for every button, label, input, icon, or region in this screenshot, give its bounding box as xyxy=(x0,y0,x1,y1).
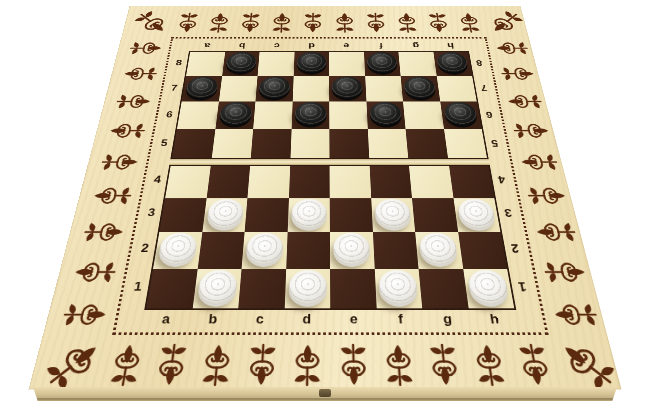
front-edge-shadow-line xyxy=(33,398,617,400)
black-checker-b8[interactable] xyxy=(225,52,257,72)
square-a3[interactable] xyxy=(159,198,206,232)
ornament-corner-top-right xyxy=(483,9,530,35)
floral-scroll-ornament-icon xyxy=(245,343,279,387)
white-checker-a2[interactable] xyxy=(157,233,198,264)
square-h8[interactable] xyxy=(433,52,472,76)
white-checker-f3[interactable] xyxy=(374,199,411,227)
floral-scroll-ornament-icon xyxy=(364,12,387,33)
square-f5[interactable] xyxy=(367,129,408,158)
square-h1[interactable] xyxy=(463,269,514,309)
square-a5[interactable] xyxy=(172,129,215,158)
file-label-a: a xyxy=(141,310,191,329)
playing-field xyxy=(144,51,516,310)
black-checker-d6[interactable] xyxy=(294,102,326,125)
square-g1[interactable] xyxy=(419,269,469,309)
black-checker-c7[interactable] xyxy=(259,76,291,97)
floral-scroll-ornament-icon xyxy=(483,9,530,35)
square-b8[interactable] xyxy=(222,52,260,76)
square-e3[interactable] xyxy=(330,198,373,232)
square-e7[interactable] xyxy=(329,76,366,102)
square-a2[interactable] xyxy=(153,232,202,269)
white-checker-d3[interactable] xyxy=(291,199,327,227)
black-checker-e7[interactable] xyxy=(332,76,363,97)
square-h2[interactable] xyxy=(458,232,507,269)
floral-scroll-ornament-icon xyxy=(333,12,355,33)
square-g7[interactable] xyxy=(401,76,440,102)
square-a8[interactable] xyxy=(186,52,225,76)
floral-scroll-ornament-icon xyxy=(302,12,324,33)
rank-label-6: 6 xyxy=(478,101,500,129)
floral-scroll-ornament-icon xyxy=(128,41,164,56)
black-checker-f8[interactable] xyxy=(366,52,397,72)
floral-scroll-ornament-icon xyxy=(81,221,127,244)
square-b4[interactable] xyxy=(206,166,250,198)
black-checker-g7[interactable] xyxy=(403,76,436,97)
rank-label-8: 8 xyxy=(469,51,490,75)
white-checker-c2[interactable] xyxy=(245,233,283,264)
file-label-e: e xyxy=(330,310,377,329)
square-d8[interactable] xyxy=(293,52,329,76)
square-g2[interactable] xyxy=(415,232,463,269)
white-checker-e2[interactable] xyxy=(333,233,370,264)
square-b6[interactable] xyxy=(215,101,255,128)
floral-scroll-ornament-icon xyxy=(515,343,555,387)
floral-scroll-ornament-icon xyxy=(71,259,119,284)
floral-scroll-ornament-icon xyxy=(552,337,624,393)
floral-scroll-ornament-icon xyxy=(525,185,569,206)
file-label-a: a xyxy=(189,40,225,51)
floral-scroll-ornament-icon xyxy=(541,259,589,284)
floral-scroll-ornament-icon xyxy=(511,122,552,140)
clasp-icon xyxy=(319,389,331,397)
square-f8[interactable] xyxy=(364,52,401,76)
square-d5[interactable] xyxy=(290,129,329,158)
square-g4[interactable] xyxy=(409,166,453,198)
file-label-f: f xyxy=(377,310,425,329)
photo-background: abcdefgh 87654321 87654321 abcdefgh xyxy=(0,0,650,409)
square-g5[interactable] xyxy=(406,129,448,158)
floral-scroll-ornament-icon xyxy=(128,9,175,35)
square-a1[interactable] xyxy=(146,269,197,309)
front-edge xyxy=(33,387,617,401)
square-b5[interactable] xyxy=(211,129,253,158)
board-bottom-half xyxy=(144,165,516,310)
square-e2[interactable] xyxy=(330,232,374,269)
floral-scroll-ornament-icon xyxy=(505,93,544,110)
ornament-corner-top-left xyxy=(128,9,175,35)
white-checker-f1[interactable] xyxy=(378,269,418,302)
square-e4[interactable] xyxy=(330,166,371,198)
white-checker-g2[interactable] xyxy=(418,233,458,264)
square-g6[interactable] xyxy=(403,101,444,128)
square-e1[interactable] xyxy=(330,269,376,309)
square-c4[interactable] xyxy=(247,166,289,198)
square-b7[interactable] xyxy=(219,76,258,102)
floral-scroll-ornament-icon xyxy=(494,41,530,56)
floral-scroll-ornament-icon xyxy=(457,12,483,33)
floral-scroll-ornament-icon xyxy=(207,12,232,33)
floral-scroll-ornament-icon xyxy=(426,12,451,33)
black-checker-d8[interactable] xyxy=(296,52,326,72)
white-checker-h3[interactable] xyxy=(456,199,496,227)
ornament-border-bottom xyxy=(98,337,564,393)
square-b2[interactable] xyxy=(197,232,244,269)
ornament-border-top xyxy=(170,9,489,35)
square-d6[interactable] xyxy=(291,101,329,128)
ornament-corner-bottom-left xyxy=(37,337,109,393)
square-g8[interactable] xyxy=(398,52,436,76)
floral-scroll-ornament-icon xyxy=(239,12,263,33)
floral-scroll-ornament-icon xyxy=(37,337,109,393)
beaded-frame: abcdefgh 87654321 87654321 abcdefgh xyxy=(112,37,549,335)
ornament-corner-bottom-right xyxy=(552,337,624,393)
square-d3[interactable] xyxy=(287,198,330,232)
square-h4[interactable] xyxy=(449,166,494,198)
square-c2[interactable] xyxy=(242,232,288,269)
rank-label-7: 7 xyxy=(473,75,495,101)
square-h7[interactable] xyxy=(436,76,476,102)
floral-scroll-ornament-icon xyxy=(382,343,416,387)
square-f7[interactable] xyxy=(365,76,403,102)
file-label-g: g xyxy=(398,40,434,51)
square-f3[interactable] xyxy=(371,198,415,232)
floral-scroll-ornament-icon xyxy=(90,185,134,206)
square-a7[interactable] xyxy=(182,76,222,102)
floral-scroll-ornament-icon xyxy=(152,343,189,387)
file-label-b: b xyxy=(224,40,260,51)
black-checker-a7[interactable] xyxy=(185,76,219,97)
file-label-c: c xyxy=(259,40,294,51)
square-h6[interactable] xyxy=(440,101,482,128)
square-a6[interactable] xyxy=(177,101,219,128)
floral-scroll-ornament-icon xyxy=(106,343,145,387)
floral-scroll-ornament-icon xyxy=(175,12,200,33)
square-c5[interactable] xyxy=(251,129,292,158)
file-label-g: g xyxy=(423,310,472,329)
square-b3[interactable] xyxy=(202,198,247,232)
file-label-e: e xyxy=(329,40,364,51)
square-e6[interactable] xyxy=(329,101,367,128)
black-checker-h8[interactable] xyxy=(436,52,469,72)
square-d1[interactable] xyxy=(284,269,330,309)
floral-scroll-ornament-icon xyxy=(337,343,370,387)
file-label-c: c xyxy=(236,310,284,329)
floral-scroll-ornament-icon xyxy=(499,66,537,82)
checkers-board: abcdefgh 87654321 87654321 abcdefgh xyxy=(29,6,622,390)
square-c6[interactable] xyxy=(253,101,292,128)
black-checker-h6[interactable] xyxy=(443,102,478,125)
square-c3[interactable] xyxy=(245,198,289,232)
square-d2[interactable] xyxy=(286,232,330,269)
square-c1[interactable] xyxy=(238,269,286,309)
file-labels-bottom: abcdefgh xyxy=(141,310,520,329)
floral-scroll-ornament-icon xyxy=(533,221,579,244)
floral-scroll-ornament-icon xyxy=(270,12,293,33)
square-g3[interactable] xyxy=(412,198,458,232)
floral-scroll-ornament-icon xyxy=(99,152,141,172)
square-f2[interactable] xyxy=(373,232,419,269)
square-a4[interactable] xyxy=(165,166,210,198)
square-c7[interactable] xyxy=(255,76,293,102)
floral-scroll-ornament-icon xyxy=(471,343,509,387)
square-d4[interactable] xyxy=(289,166,330,198)
board-top-half xyxy=(170,51,488,159)
board-perspective-wrapper: abcdefgh 87654321 87654321 abcdefgh xyxy=(29,6,622,390)
file-label-b: b xyxy=(188,310,237,329)
white-checker-b3[interactable] xyxy=(206,199,244,227)
floral-scroll-ornament-icon xyxy=(121,66,159,82)
floral-scroll-ornament-icon xyxy=(291,343,323,387)
floral-scroll-ornament-icon xyxy=(426,343,462,387)
square-h3[interactable] xyxy=(453,198,500,232)
square-e8[interactable] xyxy=(329,52,365,76)
square-f6[interactable] xyxy=(366,101,405,128)
floral-scroll-ornament-icon xyxy=(518,152,560,172)
floral-scroll-ornament-icon xyxy=(550,301,601,328)
file-label-h: h xyxy=(470,310,520,329)
white-checker-d1[interactable] xyxy=(288,269,326,302)
square-f1[interactable] xyxy=(374,269,422,309)
black-checker-f6[interactable] xyxy=(369,102,402,125)
square-f4[interactable] xyxy=(369,166,412,198)
square-d7[interactable] xyxy=(292,76,329,102)
file-label-d: d xyxy=(283,310,330,329)
floral-scroll-ornament-icon xyxy=(199,343,235,387)
square-c8[interactable] xyxy=(258,52,295,76)
file-labels-top: abcdefgh xyxy=(189,40,469,51)
square-b1[interactable] xyxy=(192,269,241,309)
floral-scroll-ornament-icon xyxy=(395,12,419,33)
file-label-h: h xyxy=(432,40,468,51)
floral-scroll-ornament-icon xyxy=(107,122,148,140)
floral-scroll-ornament-icon xyxy=(60,301,110,328)
floral-scroll-ornament-icon xyxy=(114,93,153,110)
file-label-f: f xyxy=(363,40,399,51)
square-e5[interactable] xyxy=(329,129,369,158)
file-label-d: d xyxy=(294,40,329,51)
white-checker-b1[interactable] xyxy=(196,269,237,302)
square-h5[interactable] xyxy=(444,129,487,158)
black-checker-b6[interactable] xyxy=(218,102,252,125)
white-checker-h1[interactable] xyxy=(466,269,509,302)
